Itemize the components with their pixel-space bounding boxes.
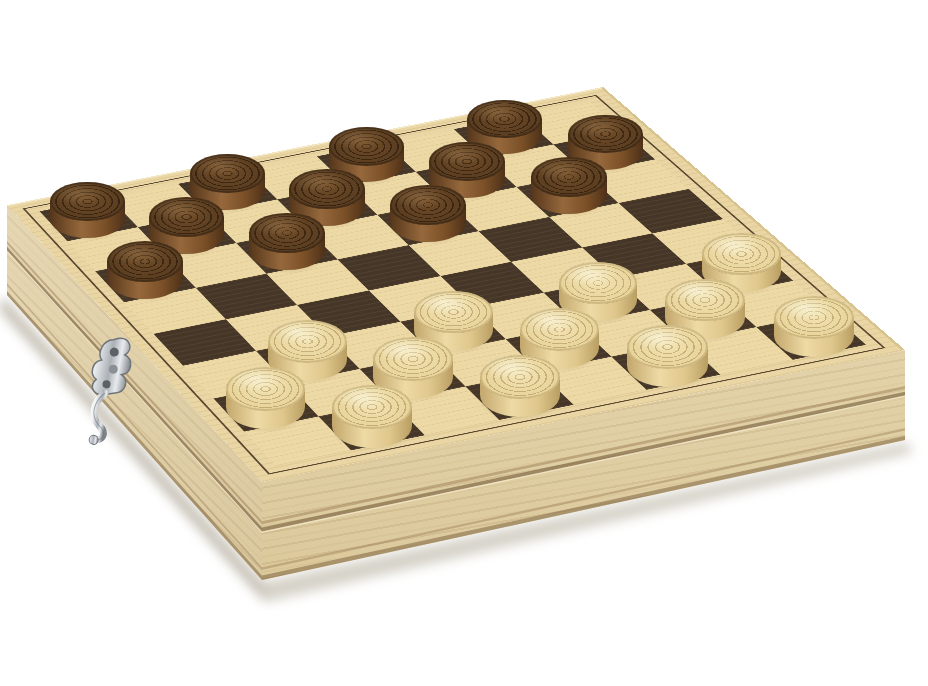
- piece-top: [107, 241, 183, 282]
- piece-top: [332, 385, 412, 430]
- piece-top: [429, 142, 504, 181]
- light-piece[interactable]: [774, 296, 855, 357]
- light-piece[interactable]: [480, 355, 560, 418]
- light-piece[interactable]: [332, 385, 412, 448]
- piece-top: [531, 157, 607, 197]
- dark-piece[interactable]: [249, 213, 325, 271]
- dark-piece[interactable]: [50, 182, 125, 238]
- piece-top: [665, 279, 745, 322]
- piece-top: [289, 169, 364, 209]
- piece-top: [329, 127, 404, 166]
- piece-top: [702, 233, 781, 275]
- dark-piece[interactable]: [390, 185, 466, 242]
- piece-top: [520, 308, 599, 351]
- piece-top: [390, 185, 466, 225]
- piece-top: [190, 154, 265, 193]
- checkers-box-photo: [0, 0, 928, 686]
- light-piece[interactable]: [226, 367, 305, 430]
- piece-top: [480, 355, 560, 399]
- light-piece[interactable]: [627, 325, 707, 387]
- piece-top: [50, 182, 125, 222]
- piece-top: [627, 325, 707, 369]
- piece-top: [268, 320, 346, 363]
- piece-top: [249, 213, 325, 254]
- dark-piece[interactable]: [531, 157, 607, 213]
- piece-top: [774, 296, 855, 339]
- piece-top: [559, 262, 638, 304]
- piece-top: [373, 337, 452, 381]
- piece-top: [467, 100, 542, 138]
- piece-top: [149, 197, 224, 237]
- piece-top: [226, 367, 305, 411]
- latch-clasp-icon: [80, 332, 142, 450]
- dark-piece[interactable]: [107, 241, 183, 299]
- piece-top: [414, 291, 493, 334]
